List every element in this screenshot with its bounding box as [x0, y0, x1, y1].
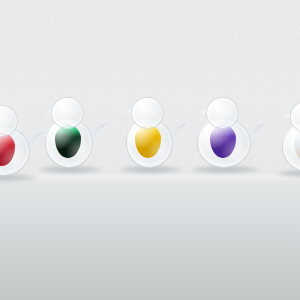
- photo-scene: [0, 0, 300, 300]
- bird-purple: [177, 96, 269, 178]
- bird-purple-head: [206, 97, 239, 129]
- bird-yellow-head: [131, 97, 164, 129]
- bird-clear-shadow: [275, 169, 300, 178]
- bird-clear: [261, 100, 300, 182]
- bird-green-head: [51, 97, 84, 129]
- bird-green: [22, 96, 114, 178]
- surface-floor: [0, 168, 300, 300]
